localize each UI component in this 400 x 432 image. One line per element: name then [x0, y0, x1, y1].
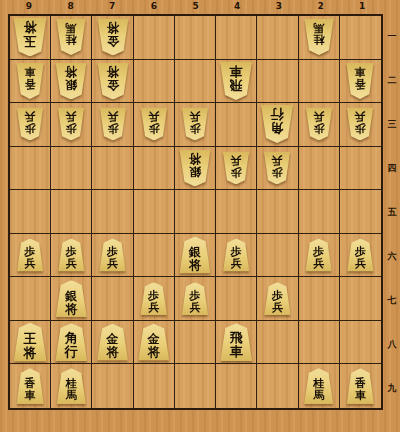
square-6-7[interactable]: 歩兵 — [134, 277, 175, 321]
square-6-8[interactable]: 金将 — [134, 321, 175, 365]
piece-kanji: 歩 — [272, 165, 283, 177]
piece-kanji: 将 — [24, 20, 37, 34]
piece-kanji: 兵 — [313, 258, 324, 270]
piece-gote-fu-23[interactable]: 歩兵 — [305, 108, 333, 141]
square-3-3[interactable]: 角行 — [257, 103, 298, 147]
file-label-8: 8 — [50, 0, 92, 13]
piece-sente-fu-57[interactable]: 歩兵 — [181, 282, 209, 315]
piece-kanji: 車 — [355, 65, 366, 77]
piece-kanji: 香 — [25, 77, 36, 89]
square-7-4[interactable] — [92, 147, 133, 191]
piece-kanji: 兵 — [355, 258, 366, 270]
piece-kanji: 将 — [189, 151, 201, 164]
piece-sente-hisha-48[interactable]: 飛車 — [219, 323, 253, 361]
square-6-3[interactable]: 歩兵 — [134, 103, 175, 147]
square-2-5[interactable] — [299, 190, 340, 234]
piece-kanji: 歩 — [25, 122, 36, 134]
square-9-5[interactable] — [10, 190, 51, 234]
file-coordinate-labels: 987654321 — [8, 0, 383, 13]
piece-kanji: 将 — [148, 346, 160, 359]
square-5-9[interactable] — [175, 364, 216, 408]
piece-gote-hisha-42[interactable]: 飛車 — [219, 62, 253, 100]
piece-kanji: 兵 — [66, 258, 77, 270]
piece-gote-fu-73[interactable]: 歩兵 — [99, 108, 127, 141]
piece-kanji: 兵 — [148, 301, 159, 313]
square-8-2[interactable]: 銀将 — [51, 60, 92, 104]
piece-kanji: 王 — [24, 332, 37, 346]
piece-gote-fu-13[interactable]: 歩兵 — [346, 108, 374, 141]
square-5-4[interactable]: 銀将 — [175, 147, 216, 191]
square-4-7[interactable] — [216, 277, 257, 321]
square-2-1[interactable]: 桂馬 — [299, 16, 340, 60]
piece-gote-fu-63[interactable]: 歩兵 — [140, 108, 168, 141]
square-2-7[interactable] — [299, 277, 340, 321]
piece-kanji: 将 — [24, 346, 37, 360]
square-1-2[interactable]: 香車 — [340, 60, 381, 104]
square-2-3[interactable]: 歩兵 — [299, 103, 340, 147]
piece-kanji: 将 — [107, 346, 119, 359]
piece-kanji: 兵 — [148, 110, 159, 122]
piece-kanji: 兵 — [272, 153, 283, 165]
piece-kanji: 兵 — [25, 258, 36, 270]
piece-gote-kei-81[interactable]: 桂馬 — [56, 19, 87, 55]
file-label-9: 9 — [8, 0, 50, 13]
square-4-8[interactable]: 飛車 — [216, 321, 257, 365]
piece-sente-kyo-19[interactable]: 香車 — [346, 368, 375, 404]
file-label-3: 3 — [258, 0, 300, 13]
rank-label-9: 九 — [384, 382, 400, 395]
piece-sente-kin-68[interactable]: 金将 — [137, 324, 170, 361]
piece-kanji: 銀 — [65, 77, 77, 90]
piece-kanji: 車 — [25, 65, 36, 77]
square-7-6[interactable]: 歩兵 — [92, 234, 133, 278]
piece-kanji: 兵 — [272, 301, 283, 313]
square-4-3[interactable] — [216, 103, 257, 147]
square-1-4[interactable] — [340, 147, 381, 191]
piece-sente-kin-78[interactable]: 金将 — [96, 324, 129, 361]
file-label-6: 6 — [133, 0, 175, 13]
piece-kanji: 香 — [355, 77, 366, 89]
rank-label-4: 四 — [384, 162, 400, 175]
piece-kanji: 桂 — [313, 33, 324, 45]
piece-kanji: 歩 — [231, 165, 242, 177]
piece-kanji: 車 — [230, 64, 243, 78]
piece-kanji: 歩 — [107, 122, 118, 134]
rank-label-7: 七 — [384, 294, 400, 307]
piece-gote-kyo-12[interactable]: 香車 — [346, 63, 375, 99]
piece-kanji: 馬 — [66, 390, 77, 402]
square-4-9[interactable] — [216, 364, 257, 408]
piece-sente-gin-56[interactable]: 銀将 — [178, 237, 211, 274]
piece-gote-kaku-33[interactable]: 角行 — [260, 105, 294, 143]
square-7-7[interactable] — [92, 277, 133, 321]
square-3-2[interactable] — [257, 60, 298, 104]
shogi-board-screenshot: 987654321 玉将桂馬金将桂馬香車銀将金将飛車香車歩兵歩兵歩兵歩兵歩兵角行… — [0, 0, 400, 432]
piece-gote-kin-72[interactable]: 金将 — [96, 62, 129, 99]
square-9-3[interactable]: 歩兵 — [10, 103, 51, 147]
square-3-1[interactable] — [257, 16, 298, 60]
rank-label-3: 三 — [384, 118, 400, 131]
square-2-9[interactable]: 桂馬 — [299, 364, 340, 408]
piece-kanji: 車 — [230, 345, 243, 359]
square-2-8[interactable] — [299, 321, 340, 365]
piece-kanji: 兵 — [231, 258, 242, 270]
piece-kanji: 行 — [65, 345, 78, 359]
piece-kanji: 将 — [107, 21, 119, 34]
piece-kanji: 歩 — [355, 122, 366, 134]
piece-kanji: 兵 — [355, 110, 366, 122]
piece-gote-fu-44[interactable]: 歩兵 — [222, 151, 250, 184]
square-8-8[interactable]: 角行 — [51, 321, 92, 365]
piece-sente-fu-86[interactable]: 歩兵 — [57, 239, 85, 272]
square-8-5[interactable] — [51, 190, 92, 234]
square-9-4[interactable] — [10, 147, 51, 191]
square-4-1[interactable] — [216, 16, 257, 60]
square-5-5[interactable] — [175, 190, 216, 234]
square-9-1[interactable]: 玉将 — [10, 16, 51, 60]
square-1-3[interactable]: 歩兵 — [340, 103, 381, 147]
square-4-2[interactable]: 飛車 — [216, 60, 257, 104]
square-4-4[interactable]: 歩兵 — [216, 147, 257, 191]
square-7-5[interactable] — [92, 190, 133, 234]
piece-kanji: 飛 — [230, 331, 243, 345]
square-6-9[interactable] — [134, 364, 175, 408]
square-7-1[interactable]: 金将 — [92, 16, 133, 60]
file-label-1: 1 — [341, 0, 383, 13]
piece-sente-kei-89[interactable]: 桂馬 — [56, 368, 87, 404]
square-2-2[interactable] — [299, 60, 340, 104]
piece-sente-ou-98[interactable]: 王将 — [13, 323, 48, 362]
file-label-2: 2 — [300, 0, 342, 13]
piece-kanji: 車 — [25, 390, 36, 402]
square-2-4[interactable] — [299, 147, 340, 191]
square-7-2[interactable]: 金将 — [92, 60, 133, 104]
piece-gote-fu-93[interactable]: 歩兵 — [16, 108, 44, 141]
square-4-6[interactable]: 歩兵 — [216, 234, 257, 278]
piece-kanji: 歩 — [148, 122, 159, 134]
square-1-6[interactable]: 歩兵 — [340, 234, 381, 278]
piece-sente-fu-46[interactable]: 歩兵 — [222, 239, 250, 272]
piece-kanji: 兵 — [189, 301, 200, 313]
square-1-8[interactable] — [340, 321, 381, 365]
piece-kanji: 桂 — [66, 33, 77, 45]
square-1-1[interactable] — [340, 16, 381, 60]
square-5-2[interactable] — [175, 60, 216, 104]
piece-kanji: 馬 — [313, 21, 324, 33]
piece-kanji: 将 — [107, 64, 119, 77]
piece-kanji: 角 — [271, 121, 284, 135]
piece-sente-fu-37[interactable]: 歩兵 — [263, 282, 291, 315]
square-8-6[interactable]: 歩兵 — [51, 234, 92, 278]
square-5-1[interactable] — [175, 16, 216, 60]
piece-gote-kin-71[interactable]: 金将 — [96, 19, 129, 56]
piece-kanji: 馬 — [313, 390, 324, 402]
piece-kanji: 金 — [107, 77, 119, 90]
piece-kanji: 歩 — [313, 122, 324, 134]
square-6-5[interactable] — [134, 190, 175, 234]
piece-kanji: 兵 — [107, 258, 118, 270]
square-8-9[interactable]: 桂馬 — [51, 364, 92, 408]
piece-gote-kei-21[interactable]: 桂馬 — [303, 19, 334, 55]
piece-sente-fu-96[interactable]: 歩兵 — [16, 239, 44, 272]
square-3-9[interactable] — [257, 364, 298, 408]
square-5-3[interactable]: 歩兵 — [175, 103, 216, 147]
piece-sente-fu-16[interactable]: 歩兵 — [346, 239, 374, 272]
square-6-4[interactable] — [134, 147, 175, 191]
piece-sente-fu-67[interactable]: 歩兵 — [140, 282, 168, 315]
piece-kanji: 将 — [65, 64, 77, 77]
square-4-5[interactable] — [216, 190, 257, 234]
square-8-1[interactable]: 桂馬 — [51, 16, 92, 60]
rank-label-2: 二 — [384, 74, 400, 87]
piece-kanji: 飛 — [230, 78, 243, 92]
piece-sente-kaku-88[interactable]: 角行 — [54, 323, 88, 361]
piece-kanji: 行 — [271, 107, 284, 121]
rank-label-6: 六 — [384, 250, 400, 263]
piece-kanji: 将 — [65, 302, 77, 315]
piece-gote-fu-34[interactable]: 歩兵 — [263, 151, 291, 184]
piece-sente-gin-87[interactable]: 銀将 — [55, 280, 88, 317]
rank-label-8: 八 — [384, 338, 400, 351]
square-8-4[interactable] — [51, 147, 92, 191]
piece-kanji: 角 — [65, 331, 78, 345]
square-7-3[interactable]: 歩兵 — [92, 103, 133, 147]
rank-label-1: 一 — [384, 30, 400, 43]
square-5-6[interactable]: 銀将 — [175, 234, 216, 278]
square-9-7[interactable] — [10, 277, 51, 321]
square-2-6[interactable]: 歩兵 — [299, 234, 340, 278]
shogi-board: 玉将桂馬金将桂馬香車銀将金将飛車香車歩兵歩兵歩兵歩兵歩兵角行歩兵歩兵銀将歩兵歩兵… — [8, 14, 383, 410]
square-7-9[interactable] — [92, 364, 133, 408]
piece-kanji: 将 — [189, 259, 201, 272]
square-5-7[interactable]: 歩兵 — [175, 277, 216, 321]
piece-kanji: 馬 — [66, 21, 77, 33]
piece-gote-gin-82[interactable]: 銀将 — [55, 62, 88, 99]
piece-sente-kyo-99[interactable]: 香車 — [16, 368, 45, 404]
piece-kanji: 兵 — [66, 110, 77, 122]
rank-coordinate-labels: 一二三四五六七八九 — [384, 14, 400, 410]
square-3-7[interactable]: 歩兵 — [257, 277, 298, 321]
square-8-3[interactable]: 歩兵 — [51, 103, 92, 147]
square-8-7[interactable]: 銀将 — [51, 277, 92, 321]
piece-kanji: 銀 — [189, 164, 201, 177]
piece-kanji: 兵 — [231, 153, 242, 165]
square-9-6[interactable]: 歩兵 — [10, 234, 51, 278]
square-3-5[interactable] — [257, 190, 298, 234]
piece-sente-fu-26[interactable]: 歩兵 — [305, 239, 333, 272]
file-label-5: 5 — [175, 0, 217, 13]
square-9-8[interactable]: 王将 — [10, 321, 51, 365]
piece-kanji: 車 — [355, 390, 366, 402]
square-6-6[interactable] — [134, 234, 175, 278]
piece-sente-fu-76[interactable]: 歩兵 — [99, 239, 127, 272]
square-3-4[interactable]: 歩兵 — [257, 147, 298, 191]
square-9-9[interactable]: 香車 — [10, 364, 51, 408]
piece-kanji: 兵 — [107, 110, 118, 122]
rank-label-5: 五 — [384, 206, 400, 219]
square-9-2[interactable]: 香車 — [10, 60, 51, 104]
square-5-8[interactable] — [175, 321, 216, 365]
piece-gote-gyoku-91[interactable]: 玉将 — [13, 18, 48, 57]
square-7-8[interactable]: 金将 — [92, 321, 133, 365]
piece-kanji: 金 — [107, 34, 119, 47]
piece-gote-gin-54[interactable]: 銀将 — [178, 149, 211, 186]
piece-kanji: 歩 — [66, 122, 77, 134]
piece-kanji: 玉 — [24, 34, 37, 48]
square-6-2[interactable] — [134, 60, 175, 104]
square-1-7[interactable] — [340, 277, 381, 321]
square-3-6[interactable] — [257, 234, 298, 278]
square-1-5[interactable] — [340, 190, 381, 234]
piece-sente-kei-29[interactable]: 桂馬 — [303, 368, 334, 404]
piece-gote-fu-83[interactable]: 歩兵 — [57, 108, 85, 141]
piece-gote-kyo-92[interactable]: 香車 — [16, 63, 45, 99]
piece-gote-fu-53[interactable]: 歩兵 — [181, 108, 209, 141]
piece-kanji: 兵 — [313, 110, 324, 122]
file-label-4: 4 — [216, 0, 258, 13]
square-1-9[interactable]: 香車 — [340, 364, 381, 408]
piece-kanji: 兵 — [189, 110, 200, 122]
piece-kanji: 歩 — [189, 122, 200, 134]
file-label-7: 7 — [91, 0, 133, 13]
square-6-1[interactable] — [134, 16, 175, 60]
piece-kanji: 兵 — [25, 110, 36, 122]
square-3-8[interactable] — [257, 321, 298, 365]
